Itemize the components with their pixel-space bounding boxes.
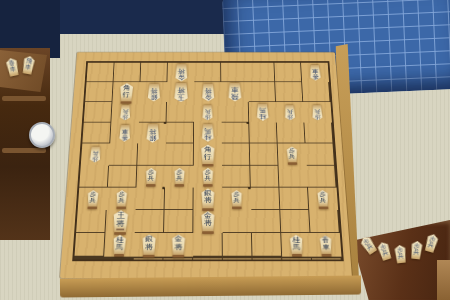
board-cell[interactable] — [74, 233, 105, 257]
star-point — [246, 122, 249, 124]
board-cell[interactable] — [193, 233, 223, 257]
piece-king-sente[interactable]: 王将 — [110, 210, 131, 232]
board-cell[interactable] — [277, 123, 306, 144]
board-cell[interactable] — [222, 210, 252, 233]
board-cell[interactable] — [166, 144, 194, 165]
board-cell[interactable] — [250, 165, 279, 187]
stand-rail — [2, 96, 46, 101]
board-cell[interactable] — [304, 123, 333, 144]
board-cell[interactable] — [306, 144, 335, 165]
king-signature-mark — [116, 228, 124, 230]
board-cell[interactable] — [302, 82, 330, 102]
piece-pawn-gote[interactable]: 歩兵 — [283, 105, 298, 120]
piece-pawn-sente[interactable]: 歩兵 — [229, 190, 244, 207]
board-cell[interactable] — [76, 210, 107, 233]
board-cell[interactable] — [312, 258, 342, 259]
board-cell[interactable] — [222, 144, 250, 165]
board-cell[interactable] — [137, 144, 166, 165]
board-cell[interactable] — [248, 82, 276, 102]
board-cell[interactable] — [84, 102, 113, 122]
board-cell[interactable] — [278, 165, 307, 187]
piece-pawn-sente[interactable]: 歩兵 — [85, 190, 101, 207]
piece-knight-sente[interactable]: 桂馬 — [287, 235, 306, 255]
board-cell[interactable] — [165, 187, 194, 210]
board-cell[interactable] — [113, 63, 141, 83]
board-cell[interactable] — [307, 165, 337, 187]
piece-silver-sente[interactable]: 銀将 — [139, 234, 158, 255]
board-cell[interactable] — [282, 258, 312, 259]
board-cell[interactable] — [139, 102, 167, 122]
piece-silver-gote[interactable]: 銀将 — [143, 124, 161, 142]
board-cell[interactable] — [221, 102, 249, 122]
board-cell[interactable] — [222, 123, 250, 144]
board-cell[interactable] — [275, 82, 303, 102]
piece-silver-sente[interactable]: 銀将 — [199, 189, 217, 209]
board-cell[interactable] — [166, 123, 194, 144]
shogi-scene: 金将香車角行銀将玉将金将飛車歩兵歩兵桂馬歩兵歩兵香車銀将桂馬歩兵角行歩兵歩兵歩兵… — [0, 0, 450, 300]
captured-piece-rook-gote[interactable]: 飛車 — [20, 55, 38, 75]
board-front-face — [60, 275, 361, 297]
board-cell[interactable] — [166, 102, 194, 122]
board-cell[interactable] — [280, 210, 310, 233]
stand-leg — [437, 260, 450, 300]
piece-gold-gote[interactable]: 金将 — [172, 64, 189, 81]
piece-rook-gote[interactable]: 飛車 — [226, 83, 244, 101]
board-cell[interactable] — [253, 258, 283, 259]
board-cell[interactable] — [87, 63, 115, 83]
piece-pawn-sente[interactable]: 歩兵 — [315, 190, 331, 207]
board-cell[interactable] — [85, 82, 113, 102]
board-cell[interactable] — [309, 210, 340, 233]
board-cell[interactable] — [252, 233, 282, 257]
board-cell[interactable] — [251, 210, 281, 233]
star-point — [248, 187, 251, 190]
star-point — [164, 122, 167, 124]
board-cell[interactable] — [135, 210, 165, 233]
board-cell[interactable] — [194, 63, 221, 83]
piece-pawn-sente[interactable]: 歩兵 — [114, 190, 130, 207]
board-cell[interactable] — [222, 165, 251, 187]
board-cell[interactable] — [250, 144, 279, 165]
captured-piece-pawn-sente[interactable]: 歩兵 — [392, 244, 409, 263]
board-cell[interactable] — [108, 165, 137, 187]
piece-lance-gote[interactable]: 香車 — [117, 125, 133, 142]
piece-pawn-sente[interactable]: 歩兵 — [284, 146, 299, 162]
piece-pawn-gote[interactable]: 歩兵 — [118, 105, 133, 120]
piece-pawn-sente[interactable]: 歩兵 — [172, 168, 187, 184]
piece-pawn-sente[interactable]: 歩兵 — [143, 168, 158, 184]
piece-gold-gote[interactable]: 金将 — [199, 83, 216, 101]
board-cell[interactable] — [109, 144, 138, 165]
board-cell[interactable] — [140, 63, 167, 83]
game-clock — [29, 122, 55, 148]
board-cell[interactable] — [249, 123, 277, 144]
stand-rail — [2, 148, 46, 153]
board-cell[interactable] — [221, 63, 248, 83]
board-cell[interactable] — [164, 210, 193, 233]
piece-bishop-sente[interactable]: 角行 — [198, 145, 217, 165]
board-cell[interactable] — [79, 165, 109, 187]
piece-knight-gote[interactable]: 桂馬 — [199, 124, 216, 142]
board-cell[interactable] — [136, 187, 165, 210]
piece-knight-sente[interactable]: 桂馬 — [110, 235, 129, 255]
piece-silver-gote[interactable]: 銀将 — [145, 83, 163, 101]
board-cell[interactable] — [82, 123, 111, 144]
board-cell[interactable] — [223, 233, 253, 257]
piece-king-gote[interactable]: 玉将 — [171, 83, 190, 102]
piece-bishop-sente[interactable]: 角行 — [117, 83, 136, 101]
board-cell[interactable] — [251, 187, 280, 210]
piece-pawn-gote[interactable]: 歩兵 — [88, 146, 103, 162]
piece-pawn-gote[interactable]: 歩兵 — [201, 105, 215, 120]
piece-lance-gote[interactable]: 香車 — [307, 65, 323, 81]
piece-pawn-gote[interactable]: 歩兵 — [310, 105, 325, 120]
board-cell[interactable] — [279, 187, 309, 210]
star-point — [162, 187, 165, 190]
board-cell[interactable] — [274, 63, 302, 83]
board-grid[interactable]: 金将香車角行銀将玉将金将飛車歩兵歩兵桂馬歩兵歩兵香車銀将桂馬歩兵角行歩兵歩兵歩兵… — [72, 61, 344, 261]
piece-gold-sente[interactable]: 金将 — [169, 234, 188, 255]
shogi-board: 金将香車角行銀将玉将金将飛車歩兵歩兵桂馬歩兵歩兵香車銀将桂馬歩兵角行歩兵歩兵歩兵… — [60, 52, 352, 278]
piece-lance-sente[interactable]: 香車 — [317, 235, 334, 254]
piece-pawn-sente[interactable]: 歩兵 — [201, 168, 216, 184]
piece-gold-sente[interactable]: 金将 — [199, 211, 218, 231]
piece-knight-gote[interactable]: 桂馬 — [254, 104, 271, 121]
board-cell[interactable] — [248, 63, 275, 83]
